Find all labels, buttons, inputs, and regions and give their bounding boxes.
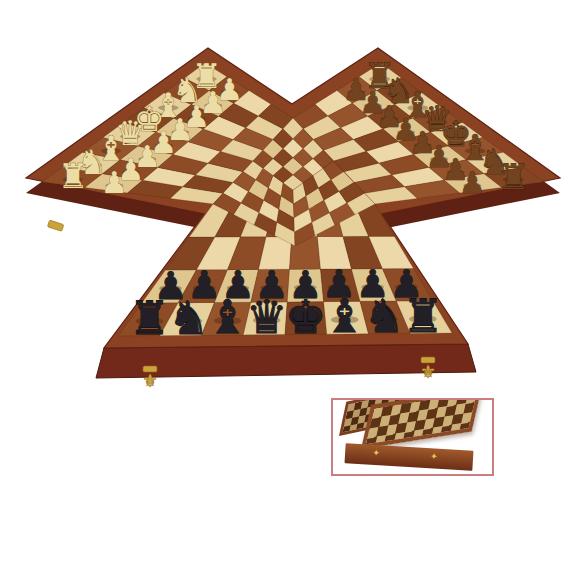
three-way-chess-board: ♜♜♟♟♞♞♟♟♝♝♟♟♚♛♟♟♛♚♟♟♝♝♟♟♞♞♟♟♜♜♟♟♟♟♟♟♟♟♟♟… [0,0,564,564]
folded-chess-box-photo: ✦ ✦ [333,400,492,474]
mini-brass-clasp-icon: ✦ [371,449,382,459]
piece-white-r[interactable]: ♜ [58,156,88,196]
piece-black-n[interactable]: ♞ [363,289,404,343]
piece-brown-p[interactable]: ♟ [459,165,486,200]
piece-black-r[interactable]: ♜ [129,291,170,345]
brass-clasp-icon: ⚜ [142,370,158,391]
brass-clasp-icon: ⚜ [420,361,436,382]
piece-black-n[interactable]: ♞ [168,291,209,345]
brass-side-latch [47,220,63,231]
product-photo-stage: ♜♜♟♟♞♞♟♟♝♝♟♟♚♛♟♟♛♚♟♟♝♝♟♟♞♞♟♟♜♜♟♟♟♟♟♟♟♟♟♟… [0,0,564,564]
piece-brown-r[interactable]: ♜ [498,157,529,197]
piece-black-b[interactable]: ♝ [207,290,248,344]
piece-black-r[interactable]: ♜ [402,289,443,343]
piece-black-b[interactable]: ♝ [324,289,365,343]
mini-brass-clasp-icon: ✦ [429,452,440,462]
product-inset-thumbnail[interactable]: ✦ ✦ [331,398,494,476]
piece-black-k[interactable]: ♚ [285,290,326,344]
piece-white-p[interactable]: ♟ [101,165,128,200]
piece-black-q[interactable]: ♛ [246,290,287,344]
folded-box-checkered-top [361,398,482,449]
folded-box-front-face: ✦ ✦ [345,443,474,471]
